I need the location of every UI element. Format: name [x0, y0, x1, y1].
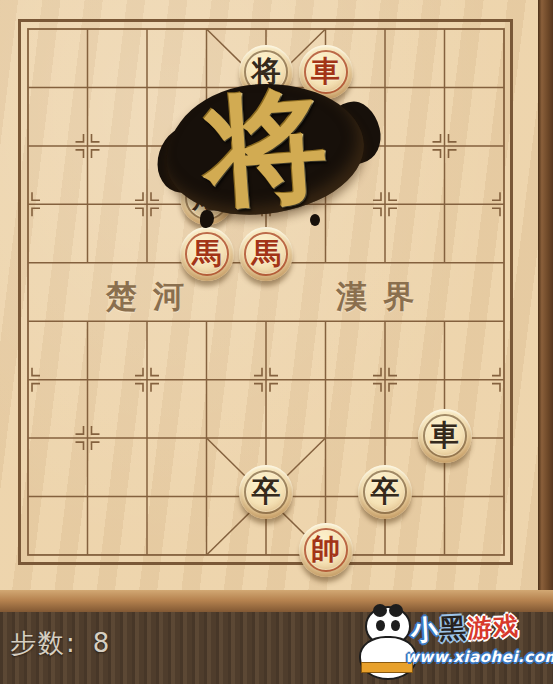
piece-character: 将 — [239, 45, 293, 99]
xiangqi-board[interactable]: 楚河 漢界 将車炮馬馬車卒卒帥 将 — [0, 0, 553, 612]
piece-red-horse[interactable]: 馬 — [239, 227, 293, 281]
board-edge-right — [538, 0, 553, 596]
watermark-logo: 小黑游戏 www.xiaohei.com — [355, 598, 551, 684]
watermark-url: www.xiaohei.com — [405, 648, 553, 666]
status-bar: 步数:8 小黑游戏 www.xiaohei.com — [0, 612, 553, 684]
piece-character: 卒 — [239, 465, 293, 519]
river-label-right: 漢界 — [336, 276, 430, 318]
piece-character: 馬 — [239, 227, 293, 281]
river-label-left: 楚河 — [106, 276, 200, 318]
move-counter-label: 步数: — [10, 628, 77, 658]
piece-black-chariot[interactable]: 車 — [418, 409, 472, 463]
piece-red-general[interactable]: 帥 — [299, 523, 353, 577]
piece-black-general[interactable]: 将 — [239, 45, 293, 99]
piece-character: 車 — [418, 409, 472, 463]
piece-character: 卒 — [358, 465, 412, 519]
piece-character: 帥 — [299, 523, 353, 577]
piece-red-chariot[interactable]: 車 — [299, 45, 353, 99]
piece-character: 馬 — [180, 227, 234, 281]
move-counter-value: 8 — [93, 628, 112, 658]
piece-black-soldier[interactable]: 卒 — [239, 465, 293, 519]
piece-black-cannon[interactable]: 炮 — [180, 171, 234, 225]
panda-icon — [357, 606, 415, 682]
piece-character: 車 — [299, 45, 353, 99]
piece-black-soldier[interactable]: 卒 — [358, 465, 412, 519]
game-screen: 楚河 漢界 将車炮馬馬車卒卒帥 将 步数:8 小黑游戏 www — [0, 0, 553, 684]
piece-character: 炮 — [180, 171, 234, 225]
move-counter: 步数:8 — [10, 626, 111, 661]
piece-red-horse[interactable]: 馬 — [180, 227, 234, 281]
watermark-title: 小黑游戏 — [410, 607, 520, 649]
